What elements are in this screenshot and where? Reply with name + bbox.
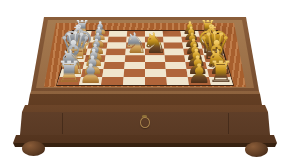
chess-set-photo: ♜♟♟♜♟♟♝♟♟♝♚♟♞♞♟♚♛♟♟♛♝♟♟♝♞♟♟♞♜♟♟♜ <box>0 0 290 158</box>
piece-wP-a2[interactable]: ♟ <box>79 59 103 86</box>
piece-bR-a8[interactable]: ♜ <box>207 57 234 87</box>
foot-right <box>245 142 268 157</box>
piece-bN-e5[interactable]: ♞ <box>142 29 168 58</box>
drawer-pull-icon[interactable] <box>140 117 150 128</box>
drawer-seam-right <box>228 113 229 134</box>
drawer-seam-left <box>62 113 63 134</box>
foot-left <box>22 141 45 156</box>
